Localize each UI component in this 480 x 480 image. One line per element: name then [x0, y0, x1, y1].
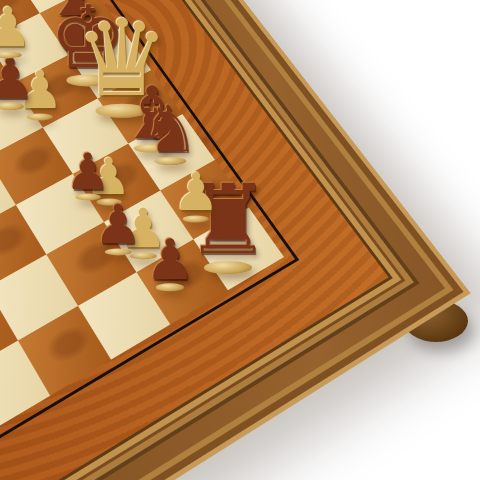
- pawn-glyph: ♟: [66, 149, 111, 197]
- pawn-glyph: ♟: [145, 233, 195, 286]
- pawn-glyph: ♟: [94, 199, 142, 250]
- chessboard-scene: ♝♚♛♝♞♜♟♟♟♟♟♟♟♟♟: [0, 0, 480, 480]
- piece-wood-knight-c1[interactable]: ♞: [141, 99, 198, 165]
- piece-gold-base: [183, 215, 209, 222]
- piece-gold-base: [104, 248, 131, 255]
- piece-gold-base: [27, 113, 53, 120]
- piece-wood-pawn-f2[interactable]: ♟: [0, 52, 35, 110]
- pawn-glyph: ♟: [173, 168, 220, 217]
- pawn-glyph: ♟: [0, 52, 35, 105]
- piece-wood-pawn-a3[interactable]: ♟: [145, 233, 195, 291]
- pieces-layer: ♝♚♛♝♞♜♟♟♟♟♟♟♟♟♟: [0, 0, 480, 480]
- piece-gold-pawn-g2[interactable]: ♟: [0, 2, 32, 58]
- piece-gold-base: [204, 262, 252, 274]
- piece-wood-pawn-d3[interactable]: ♟: [66, 149, 111, 201]
- piece-wood-pawn-b4[interactable]: ♟: [94, 199, 142, 255]
- piece-gold-pawn-b2[interactable]: ♟: [173, 168, 220, 222]
- piece-gold-base: [0, 51, 21, 58]
- piece-gold-base: [0, 103, 24, 110]
- piece-gold-base: [156, 284, 184, 291]
- knight-glyph: ♞: [141, 99, 198, 160]
- pawn-glyph: ♟: [0, 2, 32, 53]
